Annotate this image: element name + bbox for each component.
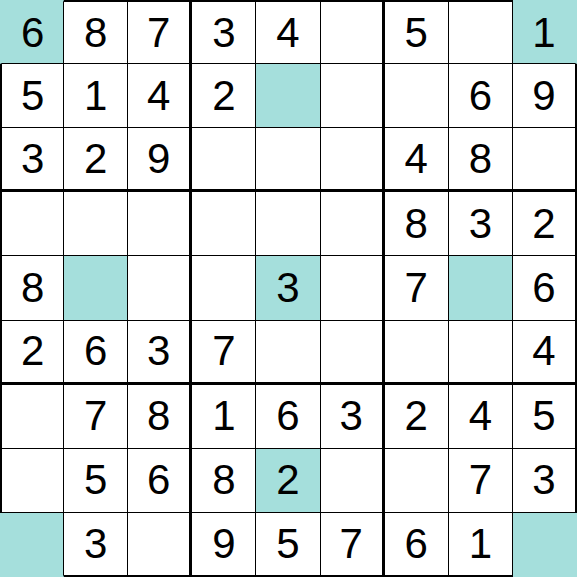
- cell-r2c1[interactable]: 5: [0, 64, 64, 128]
- cell-r8c9[interactable]: 3: [513, 449, 577, 513]
- cell-r9c7[interactable]: 6: [385, 513, 449, 577]
- cell-r6c9[interactable]: 4: [513, 321, 577, 385]
- cell-r5c5[interactable]: 3: [256, 256, 320, 320]
- cell-r7c8[interactable]: 4: [449, 385, 513, 449]
- cell-r5c2[interactable]: [64, 256, 128, 320]
- cell-r2c4[interactable]: 2: [192, 64, 256, 128]
- cell-r1c9[interactable]: 1: [513, 0, 577, 64]
- cell-r5c7[interactable]: 7: [385, 256, 449, 320]
- cell-r7c3[interactable]: 8: [128, 385, 192, 449]
- cell-r8c2[interactable]: 5: [64, 449, 128, 513]
- cell-r9c3[interactable]: [128, 513, 192, 577]
- cell-r3c1[interactable]: 3: [0, 128, 64, 192]
- sudoku-board: 6873451514269329488328376263747816324556…: [0, 0, 577, 577]
- cell-r6c4[interactable]: 7: [192, 321, 256, 385]
- cell-r2c9[interactable]: 9: [513, 64, 577, 128]
- cell-r9c5[interactable]: 5: [256, 513, 320, 577]
- cell-r9c2[interactable]: 3: [64, 513, 128, 577]
- cell-r2c6[interactable]: [321, 64, 385, 128]
- cell-r2c5[interactable]: [256, 64, 320, 128]
- cell-r1c7[interactable]: 5: [385, 0, 449, 64]
- cell-r2c8[interactable]: 6: [449, 64, 513, 128]
- cell-r5c9[interactable]: 6: [513, 256, 577, 320]
- cell-r1c3[interactable]: 7: [128, 0, 192, 64]
- cell-r6c8[interactable]: [449, 321, 513, 385]
- cell-r9c1[interactable]: [0, 513, 64, 577]
- cell-r9c6[interactable]: 7: [321, 513, 385, 577]
- cell-r6c7[interactable]: [385, 321, 449, 385]
- cell-r6c3[interactable]: 3: [128, 321, 192, 385]
- cell-r3c3[interactable]: 9: [128, 128, 192, 192]
- cell-r9c4[interactable]: 9: [192, 513, 256, 577]
- cell-r6c6[interactable]: [321, 321, 385, 385]
- cell-r8c4[interactable]: 8: [192, 449, 256, 513]
- cell-r7c5[interactable]: 6: [256, 385, 320, 449]
- cell-r1c6[interactable]: [321, 0, 385, 64]
- cell-r1c4[interactable]: 3: [192, 0, 256, 64]
- cell-r5c6[interactable]: [321, 256, 385, 320]
- cell-r3c8[interactable]: 8: [449, 128, 513, 192]
- cell-r4c9[interactable]: 2: [513, 192, 577, 256]
- cell-r7c6[interactable]: 3: [321, 385, 385, 449]
- cell-r4c1[interactable]: [0, 192, 64, 256]
- cell-r1c1[interactable]: 6: [0, 0, 64, 64]
- cell-r8c3[interactable]: 6: [128, 449, 192, 513]
- cell-r3c7[interactable]: 4: [385, 128, 449, 192]
- cell-r6c2[interactable]: 6: [64, 321, 128, 385]
- cell-r9c9[interactable]: [513, 513, 577, 577]
- cell-r3c9[interactable]: [513, 128, 577, 192]
- cell-r9c8[interactable]: 1: [449, 513, 513, 577]
- cell-r2c3[interactable]: 4: [128, 64, 192, 128]
- cell-r7c2[interactable]: 7: [64, 385, 128, 449]
- cell-r6c5[interactable]: [256, 321, 320, 385]
- cell-r5c1[interactable]: 8: [0, 256, 64, 320]
- cell-r3c2[interactable]: 2: [64, 128, 128, 192]
- cell-r8c5[interactable]: 2: [256, 449, 320, 513]
- cell-r1c5[interactable]: 4: [256, 0, 320, 64]
- cell-r4c8[interactable]: 3: [449, 192, 513, 256]
- cell-r8c8[interactable]: 7: [449, 449, 513, 513]
- cell-r7c4[interactable]: 1: [192, 385, 256, 449]
- cell-r4c7[interactable]: 8: [385, 192, 449, 256]
- cell-r2c7[interactable]: [385, 64, 449, 128]
- cell-r4c5[interactable]: [256, 192, 320, 256]
- cell-r3c6[interactable]: [321, 128, 385, 192]
- cell-r5c4[interactable]: [192, 256, 256, 320]
- cell-r5c3[interactable]: [128, 256, 192, 320]
- cell-r4c2[interactable]: [64, 192, 128, 256]
- cell-r4c3[interactable]: [128, 192, 192, 256]
- cell-r6c1[interactable]: 2: [0, 321, 64, 385]
- cell-r2c2[interactable]: 1: [64, 64, 128, 128]
- cell-r7c9[interactable]: 5: [513, 385, 577, 449]
- cell-r3c5[interactable]: [256, 128, 320, 192]
- cell-r1c2[interactable]: 8: [64, 0, 128, 64]
- cell-r3c4[interactable]: [192, 128, 256, 192]
- cell-r8c6[interactable]: [321, 449, 385, 513]
- cell-r8c7[interactable]: [385, 449, 449, 513]
- cell-r4c4[interactable]: [192, 192, 256, 256]
- cell-r4c6[interactable]: [321, 192, 385, 256]
- cell-r7c7[interactable]: 2: [385, 385, 449, 449]
- cell-r7c1[interactable]: [0, 385, 64, 449]
- cell-r5c8[interactable]: [449, 256, 513, 320]
- cell-r8c1[interactable]: [0, 449, 64, 513]
- cell-r1c8[interactable]: [449, 0, 513, 64]
